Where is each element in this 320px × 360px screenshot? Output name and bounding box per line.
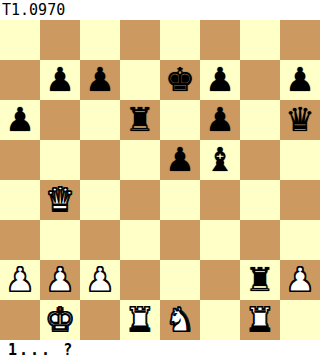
- square-g7[interactable]: [240, 60, 280, 100]
- square-h1[interactable]: [280, 300, 320, 340]
- chess-app-window: T1.0970 ♟♟♚♟♟♟♜♟♛♟♝♛♟♟♟♜♟♚♜♞♜ 1... ?: [0, 0, 320, 360]
- square-b7[interactable]: ♟: [40, 60, 80, 100]
- square-f2[interactable]: [200, 260, 240, 300]
- white-pawn[interactable]: ♟: [85, 260, 115, 300]
- square-c2[interactable]: ♟: [80, 260, 120, 300]
- square-b4[interactable]: ♛: [40, 180, 80, 220]
- square-e8[interactable]: [160, 20, 200, 60]
- black-pawn[interactable]: ♟: [85, 60, 115, 100]
- black-pawn[interactable]: ♟: [5, 100, 35, 140]
- square-d1[interactable]: ♜: [120, 300, 160, 340]
- square-f5[interactable]: ♝: [200, 140, 240, 180]
- square-f4[interactable]: [200, 180, 240, 220]
- white-king[interactable]: ♚: [45, 300, 75, 340]
- square-g3[interactable]: [240, 220, 280, 260]
- black-pawn[interactable]: ♟: [165, 140, 195, 180]
- chess-board: ♟♟♚♟♟♟♜♟♛♟♝♛♟♟♟♜♟♚♜♞♜: [0, 20, 320, 340]
- square-d4[interactable]: [120, 180, 160, 220]
- black-queen[interactable]: ♛: [285, 100, 315, 140]
- white-rook[interactable]: ♜: [245, 300, 275, 340]
- square-f8[interactable]: [200, 20, 240, 60]
- square-e1[interactable]: ♞: [160, 300, 200, 340]
- move-prompt: 1... ?: [0, 340, 320, 360]
- square-a5[interactable]: [0, 140, 40, 180]
- white-knight[interactable]: ♞: [165, 300, 195, 340]
- black-pawn[interactable]: ♟: [45, 60, 75, 100]
- square-d7[interactable]: [120, 60, 160, 100]
- black-pawn[interactable]: ♟: [285, 60, 315, 100]
- square-g2[interactable]: ♜: [240, 260, 280, 300]
- square-a2[interactable]: ♟: [0, 260, 40, 300]
- square-a7[interactable]: [0, 60, 40, 100]
- square-b8[interactable]: [40, 20, 80, 60]
- square-e7[interactable]: ♚: [160, 60, 200, 100]
- square-h8[interactable]: [280, 20, 320, 60]
- square-e2[interactable]: [160, 260, 200, 300]
- white-pawn[interactable]: ♟: [5, 260, 35, 300]
- square-h7[interactable]: ♟: [280, 60, 320, 100]
- square-a8[interactable]: [0, 20, 40, 60]
- black-rook[interactable]: ♜: [125, 100, 155, 140]
- square-e5[interactable]: ♟: [160, 140, 200, 180]
- square-c8[interactable]: [80, 20, 120, 60]
- square-c4[interactable]: [80, 180, 120, 220]
- square-h4[interactable]: [280, 180, 320, 220]
- square-e6[interactable]: [160, 100, 200, 140]
- square-d6[interactable]: ♜: [120, 100, 160, 140]
- square-c6[interactable]: [80, 100, 120, 140]
- square-a4[interactable]: [0, 180, 40, 220]
- square-c5[interactable]: [80, 140, 120, 180]
- square-f3[interactable]: [200, 220, 240, 260]
- square-c7[interactable]: ♟: [80, 60, 120, 100]
- white-rook[interactable]: ♜: [125, 300, 155, 340]
- square-f1[interactable]: [200, 300, 240, 340]
- white-queen[interactable]: ♛: [45, 180, 75, 220]
- square-g4[interactable]: [240, 180, 280, 220]
- square-e3[interactable]: [160, 220, 200, 260]
- square-b5[interactable]: [40, 140, 80, 180]
- puzzle-title: T1.0970: [0, 0, 320, 20]
- square-g5[interactable]: [240, 140, 280, 180]
- square-e4[interactable]: [160, 180, 200, 220]
- white-pawn[interactable]: ♟: [45, 260, 75, 300]
- square-f7[interactable]: ♟: [200, 60, 240, 100]
- square-g6[interactable]: [240, 100, 280, 140]
- black-king[interactable]: ♚: [165, 60, 195, 100]
- square-g8[interactable]: [240, 20, 280, 60]
- black-pawn[interactable]: ♟: [205, 60, 235, 100]
- square-b2[interactable]: ♟: [40, 260, 80, 300]
- square-h2[interactable]: ♟: [280, 260, 320, 300]
- square-h5[interactable]: [280, 140, 320, 180]
- square-b3[interactable]: [40, 220, 80, 260]
- square-h3[interactable]: [280, 220, 320, 260]
- square-a3[interactable]: [0, 220, 40, 260]
- square-f6[interactable]: ♟: [200, 100, 240, 140]
- square-a6[interactable]: ♟: [0, 100, 40, 140]
- square-d5[interactable]: [120, 140, 160, 180]
- square-d2[interactable]: [120, 260, 160, 300]
- black-bishop[interactable]: ♝: [205, 140, 235, 180]
- black-rook[interactable]: ♜: [245, 260, 275, 300]
- white-pawn[interactable]: ♟: [285, 260, 315, 300]
- square-d8[interactable]: [120, 20, 160, 60]
- square-c1[interactable]: [80, 300, 120, 340]
- square-b1[interactable]: ♚: [40, 300, 80, 340]
- black-pawn[interactable]: ♟: [205, 100, 235, 140]
- square-h6[interactable]: ♛: [280, 100, 320, 140]
- square-c3[interactable]: [80, 220, 120, 260]
- square-g1[interactable]: ♜: [240, 300, 280, 340]
- square-b6[interactable]: [40, 100, 80, 140]
- square-a1[interactable]: [0, 300, 40, 340]
- square-d3[interactable]: [120, 220, 160, 260]
